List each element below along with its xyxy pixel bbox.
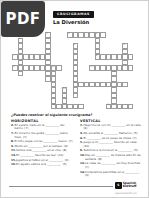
across-clues-list: 2.En verano nado en la __________ del ba…	[11, 124, 74, 167]
series-label: CRUCIGRAMAS	[53, 11, 94, 18]
pdf-badge-label: PDF	[5, 10, 40, 28]
crossword-cell	[128, 104, 134, 110]
down-clues-column: VERTICAL 1.Hago trucos con mi __________…	[80, 119, 143, 179]
crossword-cell: 7	[12, 54, 18, 60]
clue-number: 10	[52, 66, 55, 69]
clue-number: 16	[107, 104, 110, 107]
clue-number: 2	[68, 33, 69, 36]
crossword-cell: 16	[106, 104, 112, 110]
clue-number: 13	[74, 82, 77, 85]
crossword-cell	[117, 54, 123, 60]
clue-item: 14.Compramos palomitas en el __________.…	[80, 171, 143, 178]
clue-number: 3	[96, 33, 97, 36]
clue-number: 11	[90, 66, 93, 69]
crossword-cell	[40, 65, 46, 71]
crossword-cell	[106, 82, 112, 88]
brand-name: Spanish KidStuff	[123, 182, 145, 188]
clue-number: 14	[63, 88, 66, 91]
footer-divider	[9, 186, 113, 187]
clue-item: 2.En verano nado en la __________ del ba…	[11, 124, 74, 131]
down-header: VERTICAL	[80, 119, 143, 123]
crossword-cell	[128, 65, 134, 71]
worksheet-page: PDF CRUCIGRAMAS La Diversión 12384513679…	[0, 0, 149, 198]
clue-item: 16.En agosto vamos a la __________. (5)	[11, 163, 74, 167]
crossword-cell: 9	[12, 65, 18, 71]
crossword-cell	[56, 104, 62, 110]
clue-number: 12	[112, 71, 115, 74]
clue-item: 10.Hay un __________ de música este fin …	[80, 154, 143, 161]
crossword-cell	[56, 65, 62, 71]
crossword-cell	[100, 32, 106, 38]
brand-website: spanishkidstuff.com	[115, 192, 137, 195]
clue-item: 5.Juego a mi __________ favorito en casa…	[80, 141, 143, 148]
pdf-file-badge: PDF	[1, 1, 45, 37]
crossword-cell	[122, 82, 128, 88]
clue-number: 6	[123, 44, 124, 47]
crossword-cell	[73, 93, 79, 99]
clue-number: 9	[13, 66, 14, 69]
clue-number: 1	[46, 33, 47, 36]
clue-number: 7	[13, 55, 14, 58]
crossword-cell	[40, 54, 46, 60]
down-clues-list: 1.Hago trucos con mi __________ en la ca…	[80, 124, 143, 178]
clue-number: 8	[96, 55, 97, 58]
intro-question: ¿Puedes resolver el siguiente crucigrama…	[11, 113, 92, 117]
crossword-cell	[18, 71, 24, 77]
clue-number: 5	[74, 44, 75, 47]
crossword-cell	[78, 104, 84, 110]
clue-number: 15	[52, 104, 55, 107]
brand-logo: S Spanish KidStuff	[115, 182, 145, 189]
brand-logo-icon: S	[115, 182, 122, 189]
clue-number: 4	[19, 38, 20, 41]
across-clues-column: HORIZONTAL 2.En verano nado en la ______…	[11, 119, 74, 168]
clue-item: 12.La clase de __________ es muy diverti…	[80, 162, 143, 169]
clue-item: 7.En invierno me gusta __________ sobre …	[11, 132, 74, 139]
crossword-grid: 12384513679101511121416	[12, 32, 144, 109]
crossword-cell	[117, 65, 123, 71]
crossword-cell	[128, 54, 134, 60]
across-header: HORIZONTAL	[11, 119, 74, 123]
page-title: La Diversión	[53, 19, 89, 25]
clue-item: 1.Hago trucos con mi __________ en la ca…	[80, 124, 143, 131]
